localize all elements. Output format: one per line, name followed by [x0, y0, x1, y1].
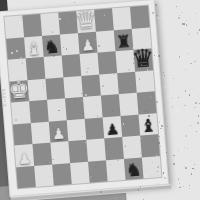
piece-black-knight-c7: ♞ — [43, 38, 61, 57]
square-f7 — [96, 30, 116, 53]
corner-emblem: ✣ — [21, 171, 31, 183]
square-h5 — [135, 70, 155, 93]
square-d5 — [63, 75, 83, 98]
piece-white-pawn-c3: ♟ — [51, 126, 66, 142]
square-b8 — [22, 14, 42, 37]
square-c5 — [45, 77, 65, 100]
square-f6 — [97, 51, 117, 74]
square-a2: ♟ — [15, 144, 35, 167]
square-f4 — [101, 94, 121, 117]
piece-white-pawn-e7: ♟ — [81, 38, 96, 54]
square-f5 — [99, 73, 119, 96]
square-h6: ♛ — [133, 48, 153, 71]
square-c4 — [47, 98, 67, 121]
piece-black-knight-g1: ♞ — [125, 161, 143, 180]
square-b1 — [34, 164, 54, 187]
square-b5 — [27, 78, 47, 101]
square-e1 — [88, 160, 108, 183]
square-c6 — [44, 55, 64, 78]
square-f8 — [94, 8, 114, 31]
square-a7 — [6, 37, 26, 60]
piece-white-pawn-a2: ♟ — [17, 151, 32, 167]
square-f2 — [104, 137, 124, 160]
piece-black-bishop-h3: ♝ — [140, 116, 158, 135]
square-b3 — [31, 121, 51, 144]
piece-black-queen-h6: ♛ — [131, 45, 155, 72]
square-a8 — [4, 15, 24, 38]
square-d1 — [70, 161, 90, 184]
square-g8 — [112, 7, 132, 30]
square-e3 — [85, 117, 105, 140]
square-d3 — [67, 118, 87, 141]
square-h7 — [132, 27, 152, 50]
square-d4 — [65, 97, 85, 120]
square-g4 — [119, 93, 139, 116]
square-d6 — [62, 54, 82, 77]
square-a1: ✣ — [16, 165, 36, 188]
square-b4 — [29, 100, 49, 123]
square-e8: ♛ — [76, 10, 96, 33]
square-e7: ♟ — [78, 31, 98, 54]
square-h4 — [137, 91, 157, 114]
square-d7 — [60, 33, 80, 56]
square-a6 — [8, 58, 28, 81]
square-e2 — [86, 138, 106, 161]
square-h8 — [130, 6, 150, 29]
square-a5: ♚ — [9, 80, 29, 103]
square-h1 — [142, 156, 162, 179]
square-b6 — [26, 57, 46, 80]
chess-board: CHESS ♛♝♞♟♜♛♚♟♟♝♟✣♞ — [0, 0, 169, 197]
square-e4 — [83, 96, 103, 119]
square-d8 — [58, 11, 78, 34]
square-b7: ♝ — [24, 35, 44, 58]
square-a4 — [11, 101, 31, 124]
square-c8 — [40, 13, 60, 36]
square-c2 — [50, 141, 70, 164]
square-c1 — [52, 163, 72, 186]
square-g3 — [120, 114, 140, 137]
square-f1 — [106, 158, 126, 181]
square-g5 — [117, 71, 137, 94]
piece-white-bishop-b7: ♝ — [25, 39, 43, 58]
square-h2 — [140, 134, 160, 157]
square-e6 — [80, 53, 100, 76]
square-a3 — [13, 123, 33, 146]
piece-black-pawn-f3: ♟ — [105, 122, 120, 138]
chessboard-photo: CHESS ♛♝♞♟♜♛♚♟♟♝♟✣♞ — [0, 0, 200, 200]
square-g1: ♞ — [124, 157, 144, 180]
square-g2 — [122, 136, 142, 159]
square-g7: ♜ — [114, 28, 134, 51]
piece-black-rook-g7: ♜ — [115, 33, 132, 51]
square-d2 — [68, 140, 88, 163]
square-c7: ♞ — [42, 34, 62, 57]
board-grid: ♛♝♞♟♜♛♚♟♟♝♟✣♞ — [4, 6, 161, 189]
square-h3: ♝ — [138, 113, 158, 136]
square-g6 — [115, 50, 135, 73]
square-c3: ♟ — [49, 120, 69, 143]
square-b2 — [32, 143, 52, 166]
square-e5 — [81, 74, 101, 97]
square-f3: ♟ — [103, 116, 123, 139]
